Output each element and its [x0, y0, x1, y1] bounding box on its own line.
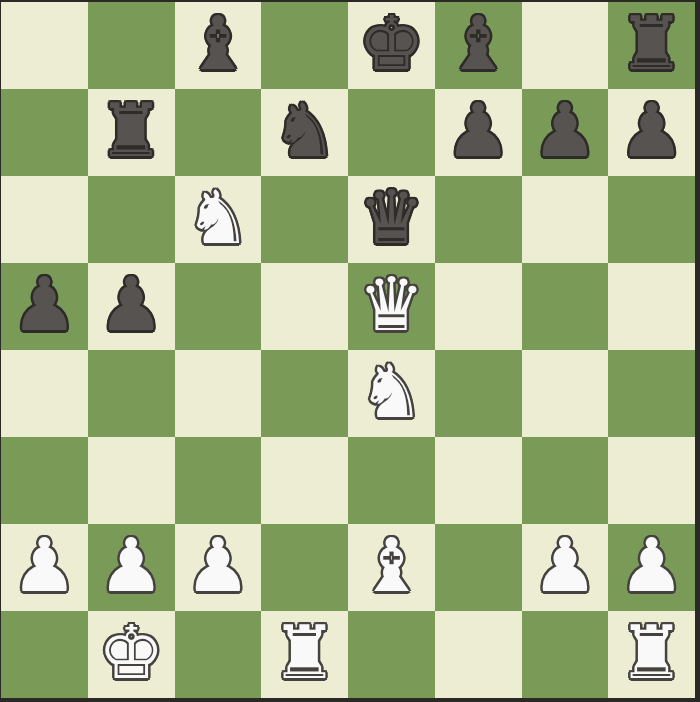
square-g4[interactable]	[522, 350, 609, 437]
square-h2[interactable]: ♟	[608, 524, 695, 611]
square-c7[interactable]	[175, 89, 262, 176]
black-pawn[interactable]: ♟	[618, 93, 684, 167]
square-f6[interactable]	[435, 176, 522, 263]
square-b2[interactable]: ♟	[88, 524, 175, 611]
square-g3[interactable]	[522, 437, 609, 524]
square-f5[interactable]	[435, 263, 522, 350]
white-queen[interactable]: ♛	[358, 267, 424, 341]
square-d1[interactable]: ♜	[261, 611, 348, 698]
square-b5[interactable]: ♟	[88, 263, 175, 350]
black-knight[interactable]: ♞	[271, 93, 337, 167]
black-pawn[interactable]: ♟	[445, 93, 511, 167]
square-c5[interactable]	[175, 263, 262, 350]
square-b8[interactable]	[88, 2, 175, 89]
square-g6[interactable]	[522, 176, 609, 263]
chess-board: ♝♚♝♜♜♞♟♟♟♞♛♟♟♛♞♟♟♟♝♟♟♚♜♜	[1, 2, 695, 698]
square-h4[interactable]	[608, 350, 695, 437]
square-c8[interactable]: ♝	[175, 2, 262, 89]
square-c6[interactable]: ♞	[175, 176, 262, 263]
square-h1[interactable]: ♜	[608, 611, 695, 698]
square-b6[interactable]	[88, 176, 175, 263]
black-pawn[interactable]: ♟	[11, 267, 77, 341]
square-d7[interactable]: ♞	[261, 89, 348, 176]
white-bishop[interactable]: ♝	[358, 528, 424, 602]
square-g7[interactable]: ♟	[522, 89, 609, 176]
square-a4[interactable]	[1, 350, 88, 437]
square-d3[interactable]	[261, 437, 348, 524]
black-pawn[interactable]: ♟	[532, 93, 598, 167]
square-a1[interactable]	[1, 611, 88, 698]
square-b7[interactable]: ♜	[88, 89, 175, 176]
white-pawn[interactable]: ♟	[98, 528, 164, 602]
black-king[interactable]: ♚	[358, 6, 424, 80]
square-f1[interactable]	[435, 611, 522, 698]
square-f4[interactable]	[435, 350, 522, 437]
square-d5[interactable]	[261, 263, 348, 350]
white-pawn[interactable]: ♟	[618, 528, 684, 602]
white-pawn[interactable]: ♟	[532, 528, 598, 602]
white-rook[interactable]: ♜	[271, 615, 337, 689]
square-e6[interactable]: ♛	[348, 176, 435, 263]
square-f8[interactable]: ♝	[435, 2, 522, 89]
square-e1[interactable]	[348, 611, 435, 698]
square-b1[interactable]: ♚	[88, 611, 175, 698]
square-e2[interactable]: ♝	[348, 524, 435, 611]
square-e5[interactable]: ♛	[348, 263, 435, 350]
square-d4[interactable]	[261, 350, 348, 437]
square-b4[interactable]	[88, 350, 175, 437]
square-h5[interactable]	[608, 263, 695, 350]
square-d8[interactable]	[261, 2, 348, 89]
white-knight[interactable]: ♞	[185, 180, 251, 254]
square-h7[interactable]: ♟	[608, 89, 695, 176]
square-h6[interactable]	[608, 176, 695, 263]
board-frame: ♝♚♝♜♜♞♟♟♟♞♛♟♟♛♞♟♟♟♝♟♟♚♜♜	[0, 0, 700, 702]
white-pawn[interactable]: ♟	[11, 528, 77, 602]
black-bishop[interactable]: ♝	[185, 6, 251, 80]
black-bishop[interactable]: ♝	[445, 6, 511, 80]
square-f3[interactable]	[435, 437, 522, 524]
square-a6[interactable]	[1, 176, 88, 263]
white-rook[interactable]: ♜	[618, 615, 684, 689]
white-pawn[interactable]: ♟	[185, 528, 251, 602]
square-c3[interactable]	[175, 437, 262, 524]
square-a3[interactable]	[1, 437, 88, 524]
square-e8[interactable]: ♚	[348, 2, 435, 89]
black-rook[interactable]: ♜	[618, 6, 684, 80]
square-g8[interactable]	[522, 2, 609, 89]
square-e4[interactable]: ♞	[348, 350, 435, 437]
square-g1[interactable]	[522, 611, 609, 698]
white-knight[interactable]: ♞	[358, 354, 424, 428]
square-f7[interactable]: ♟	[435, 89, 522, 176]
square-g5[interactable]	[522, 263, 609, 350]
square-d6[interactable]	[261, 176, 348, 263]
square-h3[interactable]	[608, 437, 695, 524]
square-h8[interactable]: ♜	[608, 2, 695, 89]
square-a2[interactable]: ♟	[1, 524, 88, 611]
square-b3[interactable]	[88, 437, 175, 524]
square-a5[interactable]: ♟	[1, 263, 88, 350]
black-queen[interactable]: ♛	[358, 180, 424, 254]
black-rook[interactable]: ♜	[98, 93, 164, 167]
square-d2[interactable]	[261, 524, 348, 611]
square-a8[interactable]	[1, 2, 88, 89]
square-g2[interactable]: ♟	[522, 524, 609, 611]
square-c4[interactable]	[175, 350, 262, 437]
square-c2[interactable]: ♟	[175, 524, 262, 611]
square-e3[interactable]	[348, 437, 435, 524]
square-f2[interactable]	[435, 524, 522, 611]
square-e7[interactable]	[348, 89, 435, 176]
white-king[interactable]: ♚	[98, 615, 164, 689]
black-pawn[interactable]: ♟	[98, 267, 164, 341]
square-c1[interactable]	[175, 611, 262, 698]
square-a7[interactable]	[1, 89, 88, 176]
